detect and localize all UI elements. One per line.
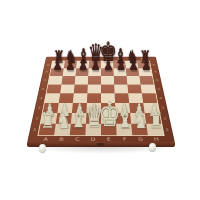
square-f5 [114, 85, 128, 94]
board-foot-left [39, 144, 46, 152]
square-b6 [61, 76, 75, 84]
square-e6 [101, 76, 114, 84]
square-g8 [125, 61, 138, 68]
square-f1 [116, 124, 132, 136]
square-h1 [146, 124, 163, 136]
square-h4 [142, 93, 157, 102]
square-h7 [138, 68, 152, 76]
square-d6 [88, 76, 101, 84]
square-d7 [88, 68, 101, 76]
square-h5 [141, 85, 156, 94]
square-b5 [60, 85, 74, 94]
square-f2 [116, 113, 132, 124]
square-f3 [115, 103, 130, 113]
square-g5 [127, 85, 141, 94]
square-e3 [101, 103, 116, 113]
square-g3 [129, 103, 145, 113]
square-f7 [113, 68, 126, 76]
square-g6 [127, 76, 141, 84]
square-e5 [101, 85, 115, 94]
square-b8 [64, 61, 77, 68]
square-a1 [38, 124, 55, 136]
square-c3 [72, 103, 87, 113]
square-g4 [128, 93, 143, 102]
square-e2 [101, 113, 116, 124]
square-d2 [86, 113, 101, 124]
square-c7 [75, 68, 88, 76]
playing-area [38, 61, 163, 135]
square-d5 [87, 85, 101, 94]
square-e1 [101, 124, 117, 136]
board-foot-right [149, 143, 156, 151]
square-c6 [75, 76, 89, 84]
square-d3 [86, 103, 101, 113]
squares-grid [38, 61, 163, 135]
square-c4 [73, 93, 88, 102]
square-h2 [145, 113, 162, 124]
square-h6 [139, 76, 153, 84]
square-c2 [71, 113, 87, 124]
square-e8 [101, 61, 113, 68]
square-a4 [45, 93, 60, 102]
square-f8 [113, 61, 126, 68]
square-a7 [50, 68, 64, 76]
square-c1 [70, 124, 86, 136]
square-e7 [101, 68, 114, 76]
square-a5 [47, 85, 62, 94]
square-c8 [76, 61, 89, 68]
square-g7 [126, 68, 140, 76]
square-f4 [115, 93, 130, 102]
square-f6 [114, 76, 128, 84]
square-h8 [137, 61, 150, 68]
board-latch [97, 143, 104, 146]
square-b2 [56, 113, 72, 124]
square-c5 [74, 85, 88, 94]
square-g2 [130, 113, 146, 124]
square-h3 [143, 103, 159, 113]
square-d8 [89, 61, 101, 68]
square-d4 [87, 93, 101, 102]
square-a2 [41, 113, 58, 124]
square-b7 [63, 68, 77, 76]
square-d1 [85, 124, 101, 136]
square-b3 [57, 103, 73, 113]
square-a3 [43, 103, 59, 113]
product-photo: ABCDEFGH ABCDEFGH 87654321 87654321 ♜♞♝♛… [0, 0, 200, 200]
square-a6 [48, 76, 62, 84]
chess-board: ABCDEFGH ABCDEFGH 87654321 87654321 [27, 57, 175, 143]
square-b1 [54, 124, 71, 136]
square-g1 [131, 124, 148, 136]
square-e4 [101, 93, 115, 102]
square-b4 [59, 93, 74, 102]
